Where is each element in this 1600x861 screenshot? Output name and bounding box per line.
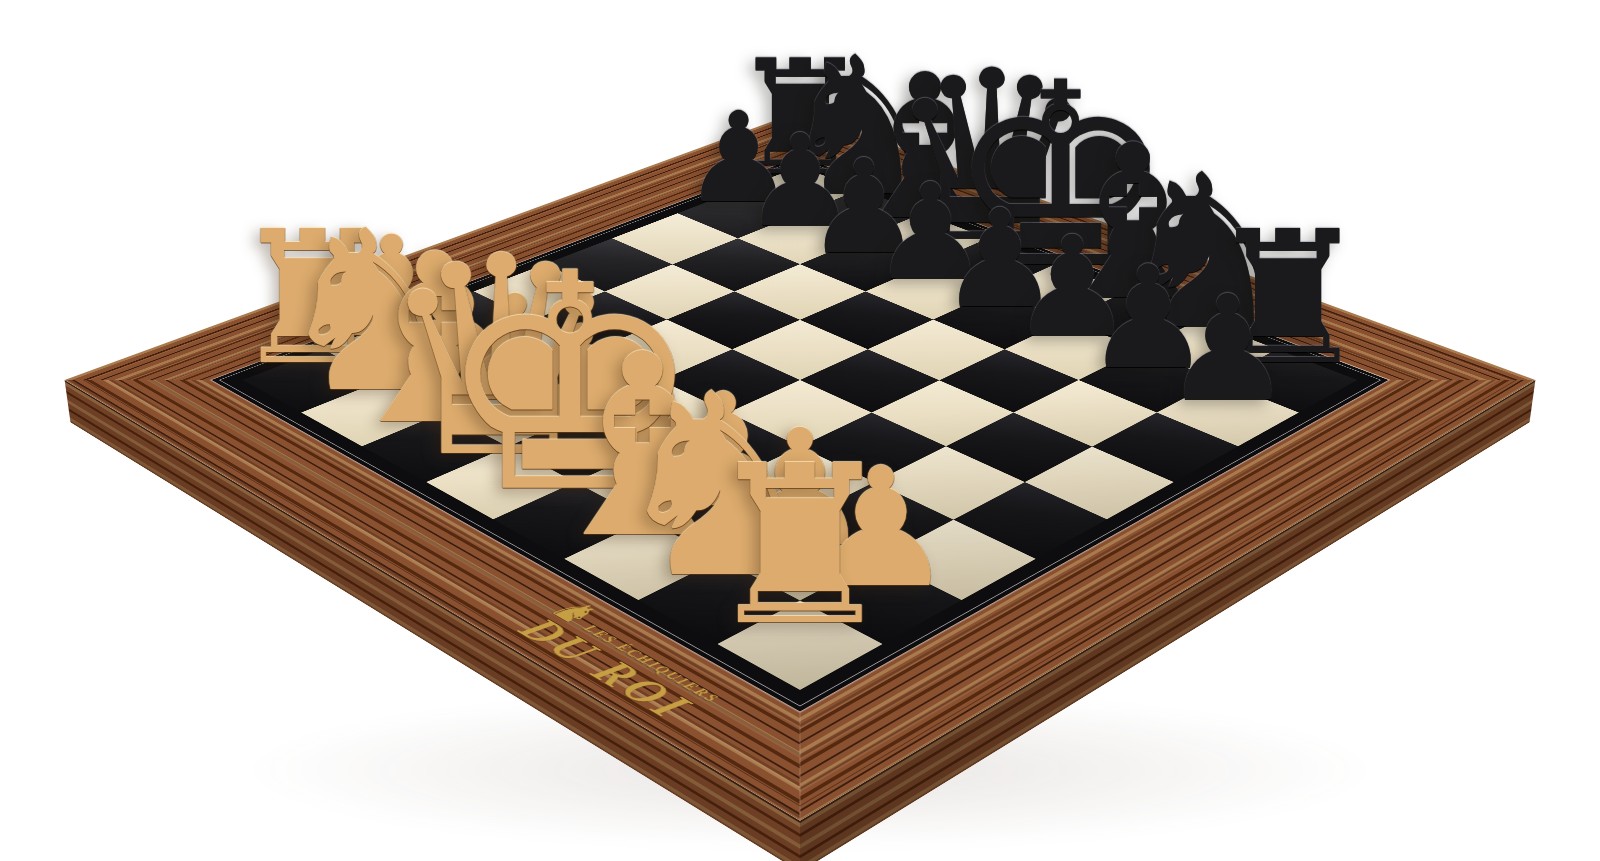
maker-name-line1: LES ÉCHIQUIERS <box>579 623 724 706</box>
knight-rider-logo-icon <box>546 597 605 628</box>
square-d3 <box>586 380 729 446</box>
board-top-face: LES ÉCHIQUIERS DU ROI <box>65 111 1536 821</box>
square-h3 <box>879 519 1036 600</box>
square-h6 <box>1092 412 1238 482</box>
square-c2 <box>444 380 587 446</box>
square-h5 <box>1024 446 1174 519</box>
square-d2 <box>508 412 654 482</box>
board-frame-edge-east <box>706 347 1535 820</box>
square-c1 <box>362 412 508 482</box>
square-b1 <box>301 380 444 446</box>
square-e1 <box>493 482 646 559</box>
square-h4 <box>953 482 1106 559</box>
square-f5 <box>871 380 1014 446</box>
square-e4 <box>729 380 872 446</box>
square-e2 <box>576 446 726 519</box>
square-g2 <box>721 519 878 600</box>
playing-area-border <box>212 156 1389 711</box>
square-g6 <box>1014 380 1157 446</box>
product-photo-scene: LES ÉCHIQUIERS DU ROI <box>0 0 1600 861</box>
square-d1 <box>426 446 576 519</box>
square-h2 <box>800 559 962 644</box>
square-h7 <box>1156 380 1299 446</box>
square-g4 <box>875 446 1025 519</box>
square-h1 <box>717 600 883 690</box>
square-f2 <box>647 482 800 559</box>
square-g5 <box>946 412 1092 482</box>
board-frame-edge-south <box>65 347 894 820</box>
square-f4 <box>800 412 946 482</box>
square-e3 <box>654 412 800 482</box>
square-g3 <box>800 482 953 559</box>
square-g1 <box>638 559 800 644</box>
chess-board: LES ÉCHIQUIERS DU ROI <box>65 111 1536 821</box>
square-f3 <box>725 446 875 519</box>
square-f1 <box>564 519 721 600</box>
